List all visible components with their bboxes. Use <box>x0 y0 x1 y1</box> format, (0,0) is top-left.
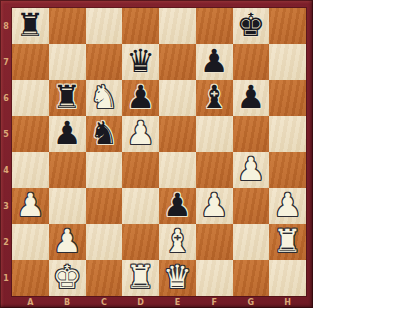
square-c3[interactable] <box>86 188 123 224</box>
square-e5[interactable] <box>159 116 196 152</box>
white-pawn[interactable]: ♟ <box>16 189 45 221</box>
square-a2[interactable] <box>12 224 49 260</box>
square-a4[interactable] <box>12 152 49 188</box>
page: 87654321 ABCDEFGH ♜♚♛♟♜♞♟♝♟♟♞♟♟♟♟♟♟♟♝♜♚♜… <box>0 0 414 311</box>
square-h2[interactable]: ♜ <box>269 224 306 260</box>
square-g4[interactable]: ♟ <box>233 152 270 188</box>
square-e3[interactable]: ♟ <box>159 188 196 224</box>
black-pawn[interactable]: ♟ <box>237 81 266 113</box>
square-c7[interactable] <box>86 44 123 80</box>
black-rook[interactable]: ♜ <box>53 81 82 113</box>
chess-board-frame: 87654321 ABCDEFGH ♜♚♛♟♜♞♟♝♟♟♞♟♟♟♟♟♟♟♝♜♚♜… <box>0 0 313 308</box>
black-pawn[interactable]: ♟ <box>53 117 82 149</box>
square-c2[interactable] <box>86 224 123 260</box>
square-d7[interactable]: ♛ <box>122 44 159 80</box>
square-h6[interactable] <box>269 80 306 116</box>
square-b8[interactable] <box>49 8 86 44</box>
rank-label-4: 4 <box>0 152 12 188</box>
square-f6[interactable]: ♝ <box>196 80 233 116</box>
square-f7[interactable]: ♟ <box>196 44 233 80</box>
square-d1[interactable]: ♜ <box>122 260 159 296</box>
rank-label-2: 2 <box>0 224 12 260</box>
rank-labels: 87654321 <box>0 8 12 296</box>
square-d5[interactable]: ♟ <box>122 116 159 152</box>
square-e6[interactable] <box>159 80 196 116</box>
square-b6[interactable]: ♜ <box>49 80 86 116</box>
square-g5[interactable] <box>233 116 270 152</box>
square-f4[interactable] <box>196 152 233 188</box>
square-a3[interactable]: ♟ <box>12 188 49 224</box>
square-e8[interactable] <box>159 8 196 44</box>
white-king[interactable]: ♚ <box>53 261 82 293</box>
square-e2[interactable]: ♝ <box>159 224 196 260</box>
square-c6[interactable]: ♞ <box>86 80 123 116</box>
square-g7[interactable] <box>233 44 270 80</box>
square-g8[interactable]: ♚ <box>233 8 270 44</box>
rank-label-8: 8 <box>0 8 12 44</box>
chess-board[interactable]: ♜♚♛♟♜♞♟♝♟♟♞♟♟♟♟♟♟♟♝♜♚♜♛ <box>12 8 306 296</box>
rank-label-1: 1 <box>0 260 12 296</box>
square-d3[interactable] <box>122 188 159 224</box>
square-a5[interactable] <box>12 116 49 152</box>
square-h1[interactable] <box>269 260 306 296</box>
white-queen[interactable]: ♛ <box>163 261 192 293</box>
square-g1[interactable] <box>233 260 270 296</box>
square-g3[interactable] <box>233 188 270 224</box>
rank-label-7: 7 <box>0 44 12 80</box>
file-label-f: F <box>196 296 233 308</box>
white-bishop[interactable]: ♝ <box>163 225 192 257</box>
square-b3[interactable] <box>49 188 86 224</box>
square-e7[interactable] <box>159 44 196 80</box>
square-b1[interactable]: ♚ <box>49 260 86 296</box>
square-h4[interactable] <box>269 152 306 188</box>
square-e1[interactable]: ♛ <box>159 260 196 296</box>
square-d4[interactable] <box>122 152 159 188</box>
square-c1[interactable] <box>86 260 123 296</box>
square-h5[interactable] <box>269 116 306 152</box>
black-pawn[interactable]: ♟ <box>163 189 192 221</box>
file-label-d: D <box>122 296 159 308</box>
rank-label-5: 5 <box>0 116 12 152</box>
file-label-e: E <box>159 296 196 308</box>
file-label-g: G <box>233 296 270 308</box>
square-f1[interactable] <box>196 260 233 296</box>
white-rook[interactable]: ♜ <box>273 225 302 257</box>
square-d2[interactable] <box>122 224 159 260</box>
square-h3[interactable]: ♟ <box>269 188 306 224</box>
black-bishop[interactable]: ♝ <box>200 81 229 113</box>
file-label-h: H <box>269 296 306 308</box>
file-label-c: C <box>86 296 123 308</box>
rank-label-3: 3 <box>0 188 12 224</box>
white-pawn[interactable]: ♟ <box>200 189 229 221</box>
square-c4[interactable] <box>86 152 123 188</box>
square-b4[interactable] <box>49 152 86 188</box>
file-labels: ABCDEFGH <box>12 296 306 308</box>
square-h8[interactable] <box>269 8 306 44</box>
square-d8[interactable] <box>122 8 159 44</box>
white-pawn[interactable]: ♟ <box>273 189 302 221</box>
square-f3[interactable]: ♟ <box>196 188 233 224</box>
square-a1[interactable] <box>12 260 49 296</box>
file-label-a: A <box>12 296 49 308</box>
white-pawn[interactable]: ♟ <box>237 153 266 185</box>
square-a8[interactable]: ♜ <box>12 8 49 44</box>
square-f5[interactable] <box>196 116 233 152</box>
square-h7[interactable] <box>269 44 306 80</box>
square-e4[interactable] <box>159 152 196 188</box>
black-pawn[interactable]: ♟ <box>200 45 229 77</box>
square-b2[interactable]: ♟ <box>49 224 86 260</box>
square-c5[interactable]: ♞ <box>86 116 123 152</box>
square-a6[interactable] <box>12 80 49 116</box>
square-b7[interactable] <box>49 44 86 80</box>
file-label-b: B <box>49 296 86 308</box>
white-rook[interactable]: ♜ <box>126 261 155 293</box>
white-knight[interactable]: ♞ <box>90 81 119 113</box>
square-g6[interactable]: ♟ <box>233 80 270 116</box>
square-b5[interactable]: ♟ <box>49 116 86 152</box>
black-knight[interactable]: ♞ <box>90 117 119 149</box>
black-rook[interactable]: ♜ <box>16 9 45 41</box>
square-g2[interactable] <box>233 224 270 260</box>
white-pawn[interactable]: ♟ <box>126 117 155 149</box>
black-queen[interactable]: ♛ <box>126 45 155 77</box>
square-f2[interactable] <box>196 224 233 260</box>
square-c8[interactable] <box>86 8 123 44</box>
black-king[interactable]: ♚ <box>237 9 266 41</box>
square-d6[interactable]: ♟ <box>122 80 159 116</box>
rank-label-6: 6 <box>0 80 12 116</box>
square-f8[interactable] <box>196 8 233 44</box>
square-a7[interactable] <box>12 44 49 80</box>
black-pawn[interactable]: ♟ <box>126 81 155 113</box>
white-pawn[interactable]: ♟ <box>53 225 82 257</box>
